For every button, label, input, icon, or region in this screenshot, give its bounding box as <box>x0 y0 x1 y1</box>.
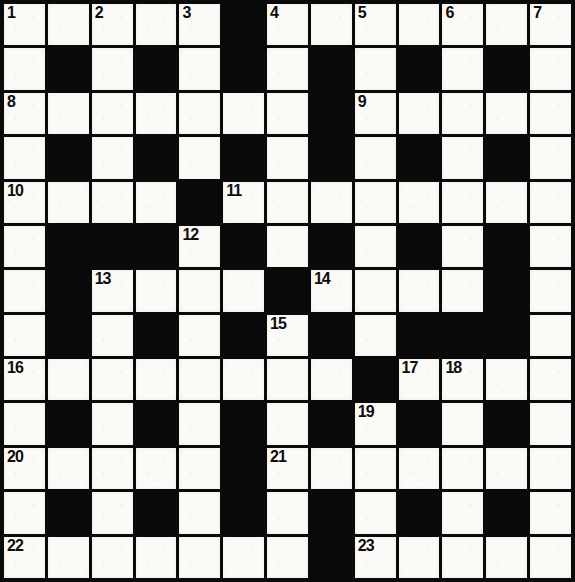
black-cell-r1c11 <box>486 48 527 89</box>
white-cell-r3c4[interactable] <box>179 137 220 178</box>
black-cell-r9c1 <box>48 403 89 444</box>
white-cell-r3c0[interactable] <box>4 137 45 178</box>
black-cell-r5c11 <box>486 226 527 267</box>
clue-number-15: 15 <box>270 316 286 333</box>
white-cell-r7c0[interactable] <box>4 315 45 356</box>
white-cell-r4c1[interactable] <box>48 182 89 223</box>
black-cell-r6c1 <box>48 270 89 311</box>
black-cell-r7c10 <box>442 315 483 356</box>
white-cell-r2c6[interactable] <box>267 93 308 134</box>
crossword-puzzle: 1234567891011121314151617181920212223 <box>0 0 575 582</box>
white-cell-r10c6[interactable]: 21 <box>267 448 308 489</box>
white-cell-r1c10[interactable] <box>442 48 483 89</box>
white-cell-r2c0[interactable]: 8 <box>4 93 45 134</box>
white-cell-r7c8[interactable] <box>355 315 396 356</box>
white-cell-r0c12[interactable]: 7 <box>530 4 571 45</box>
black-cell-r11c11 <box>486 492 527 533</box>
white-cell-r0c8[interactable]: 5 <box>355 4 396 45</box>
white-cell-r11c4[interactable] <box>179 492 220 533</box>
white-cell-r8c4[interactable] <box>179 359 220 400</box>
clue-number-10: 10 <box>7 183 23 200</box>
white-cell-r4c9[interactable] <box>399 182 440 223</box>
black-cell-r7c5 <box>223 315 264 356</box>
white-cell-r6c10[interactable] <box>442 270 483 311</box>
black-cell-r5c1 <box>48 226 89 267</box>
black-cell-r1c1 <box>48 48 89 89</box>
white-cell-r12c5[interactable] <box>223 537 264 578</box>
white-cell-r12c3[interactable] <box>136 537 177 578</box>
white-cell-r6c2[interactable]: 13 <box>92 270 133 311</box>
white-cell-r5c10[interactable] <box>442 226 483 267</box>
white-cell-r10c4[interactable] <box>179 448 220 489</box>
white-cell-r2c1[interactable] <box>48 93 89 134</box>
white-cell-r11c6[interactable] <box>267 492 308 533</box>
white-cell-r8c2[interactable] <box>92 359 133 400</box>
white-cell-r4c11[interactable] <box>486 182 527 223</box>
white-cell-r6c9[interactable] <box>399 270 440 311</box>
white-cell-r12c4[interactable] <box>179 537 220 578</box>
white-cell-r0c11[interactable] <box>486 4 527 45</box>
white-cell-r2c2[interactable] <box>92 93 133 134</box>
clue-number-17: 17 <box>402 360 418 377</box>
white-cell-r6c4[interactable] <box>179 270 220 311</box>
black-cell-r11c5 <box>223 492 264 533</box>
clue-number-8: 8 <box>7 94 15 111</box>
black-cell-r5c2 <box>92 226 133 267</box>
white-cell-r0c9[interactable] <box>399 4 440 45</box>
black-cell-r1c5 <box>223 48 264 89</box>
white-cell-r2c3[interactable] <box>136 93 177 134</box>
white-cell-r12c2[interactable] <box>92 537 133 578</box>
white-cell-r12c0[interactable]: 22 <box>4 537 45 578</box>
black-cell-r7c7 <box>311 315 352 356</box>
white-cell-r10c11[interactable] <box>486 448 527 489</box>
clue-number-20: 20 <box>7 449 23 466</box>
white-cell-r8c7[interactable] <box>311 359 352 400</box>
white-cell-r9c2[interactable] <box>92 403 133 444</box>
black-cell-r5c3 <box>136 226 177 267</box>
clue-number-9: 9 <box>358 94 366 111</box>
black-cell-r1c7 <box>311 48 352 89</box>
white-cell-r12c1[interactable] <box>48 537 89 578</box>
white-cell-r8c11[interactable] <box>486 359 527 400</box>
black-cell-r5c9 <box>399 226 440 267</box>
clue-number-12: 12 <box>182 227 198 244</box>
white-cell-r3c10[interactable] <box>442 137 483 178</box>
white-cell-r9c8[interactable]: 19 <box>355 403 396 444</box>
black-cell-r4c4 <box>179 182 220 223</box>
white-cell-r1c4[interactable] <box>179 48 220 89</box>
white-cell-r6c3[interactable] <box>136 270 177 311</box>
clue-number-3: 3 <box>182 5 190 22</box>
crossword-board: 1234567891011121314151617181920212223 <box>0 0 575 582</box>
white-cell-r6c0[interactable] <box>4 270 45 311</box>
white-cell-r8c12[interactable] <box>530 359 571 400</box>
white-cell-r10c10[interactable] <box>442 448 483 489</box>
white-cell-r8c10[interactable]: 18 <box>442 359 483 400</box>
black-cell-r7c9 <box>399 315 440 356</box>
clue-number-22: 22 <box>7 538 23 555</box>
black-cell-r3c1 <box>48 137 89 178</box>
white-cell-r1c8[interactable] <box>355 48 396 89</box>
white-cell-r11c2[interactable] <box>92 492 133 533</box>
white-cell-r0c6[interactable]: 4 <box>267 4 308 45</box>
clue-number-13: 13 <box>95 271 111 288</box>
white-cell-r2c12[interactable] <box>530 93 571 134</box>
white-cell-r2c10[interactable] <box>442 93 483 134</box>
black-cell-r11c1 <box>48 492 89 533</box>
white-cell-r8c5[interactable] <box>223 359 264 400</box>
white-cell-r10c8[interactable] <box>355 448 396 489</box>
clue-number-11: 11 <box>226 183 241 200</box>
white-cell-r1c0[interactable] <box>4 48 45 89</box>
white-cell-r5c4[interactable]: 12 <box>179 226 220 267</box>
white-cell-r9c4[interactable] <box>179 403 220 444</box>
white-cell-r7c6[interactable]: 15 <box>267 315 308 356</box>
white-cell-r8c9[interactable]: 17 <box>399 359 440 400</box>
clue-number-5: 5 <box>358 5 366 22</box>
black-cell-r8c8 <box>355 359 396 400</box>
white-cell-r3c6[interactable] <box>267 137 308 178</box>
white-cell-r2c8[interactable]: 9 <box>355 93 396 134</box>
black-cell-r0c5 <box>223 4 264 45</box>
white-cell-r7c12[interactable] <box>530 315 571 356</box>
clue-number-2: 2 <box>95 5 103 22</box>
white-cell-r4c2[interactable] <box>92 182 133 223</box>
white-cell-r9c0[interactable] <box>4 403 45 444</box>
white-cell-r2c11[interactable] <box>486 93 527 134</box>
black-cell-r9c3 <box>136 403 177 444</box>
white-cell-r9c10[interactable] <box>442 403 483 444</box>
black-cell-r6c11 <box>486 270 527 311</box>
white-cell-r12c6[interactable] <box>267 537 308 578</box>
white-cell-r3c2[interactable] <box>92 137 133 178</box>
white-cell-r6c12[interactable] <box>530 270 571 311</box>
clue-number-7: 7 <box>533 5 541 22</box>
clue-number-16: 16 <box>7 360 23 377</box>
white-cell-r10c1[interactable] <box>48 448 89 489</box>
white-cell-r1c6[interactable] <box>267 48 308 89</box>
black-cell-r3c3 <box>136 137 177 178</box>
white-cell-r1c2[interactable] <box>92 48 133 89</box>
black-cell-r1c3 <box>136 48 177 89</box>
black-cell-r11c9 <box>399 492 440 533</box>
black-cell-r10c5 <box>223 448 264 489</box>
white-cell-r12c9[interactable] <box>399 537 440 578</box>
white-cell-r8c3[interactable] <box>136 359 177 400</box>
white-cell-r7c4[interactable] <box>179 315 220 356</box>
white-cell-r4c6[interactable] <box>267 182 308 223</box>
white-cell-r12c8[interactable]: 23 <box>355 537 396 578</box>
white-cell-r10c0[interactable]: 20 <box>4 448 45 489</box>
black-cell-r6c6 <box>267 270 308 311</box>
white-cell-r8c6[interactable] <box>267 359 308 400</box>
white-cell-r9c6[interactable] <box>267 403 308 444</box>
white-cell-r9c12[interactable] <box>530 403 571 444</box>
clue-number-14: 14 <box>314 271 330 288</box>
white-cell-r4c10[interactable] <box>442 182 483 223</box>
white-cell-r5c8[interactable] <box>355 226 396 267</box>
white-cell-r11c0[interactable] <box>4 492 45 533</box>
clue-number-18: 18 <box>445 360 461 377</box>
white-cell-r8c0[interactable]: 16 <box>4 359 45 400</box>
black-cell-r5c5 <box>223 226 264 267</box>
white-cell-r11c8[interactable] <box>355 492 396 533</box>
white-cell-r0c2[interactable]: 2 <box>92 4 133 45</box>
white-cell-r4c12[interactable] <box>530 182 571 223</box>
black-cell-r9c11 <box>486 403 527 444</box>
white-cell-r10c3[interactable] <box>136 448 177 489</box>
clue-number-19: 19 <box>358 404 374 421</box>
black-cell-r12c7 <box>311 537 352 578</box>
black-cell-r7c1 <box>48 315 89 356</box>
white-cell-r10c2[interactable] <box>92 448 133 489</box>
white-cell-r0c4[interactable]: 3 <box>179 4 220 45</box>
black-cell-r9c5 <box>223 403 264 444</box>
clue-number-6: 6 <box>445 5 453 22</box>
black-cell-r2c7 <box>311 93 352 134</box>
white-cell-r6c7[interactable]: 14 <box>311 270 352 311</box>
clue-number-1: 1 <box>7 5 15 22</box>
black-cell-r7c3 <box>136 315 177 356</box>
white-cell-r6c8[interactable] <box>355 270 396 311</box>
white-cell-r2c4[interactable] <box>179 93 220 134</box>
black-cell-r9c9 <box>399 403 440 444</box>
white-cell-r0c7[interactable] <box>311 4 352 45</box>
white-cell-r1c12[interactable] <box>530 48 571 89</box>
clue-number-4: 4 <box>270 5 278 22</box>
white-cell-r5c0[interactable] <box>4 226 45 267</box>
white-cell-r2c5[interactable] <box>223 93 264 134</box>
white-cell-r6c5[interactable] <box>223 270 264 311</box>
white-cell-r4c5[interactable]: 11 <box>223 182 264 223</box>
clue-number-23: 23 <box>358 538 374 555</box>
white-cell-r3c12[interactable] <box>530 137 571 178</box>
black-cell-r3c11 <box>486 137 527 178</box>
white-cell-r0c10[interactable]: 6 <box>442 4 483 45</box>
white-cell-r5c12[interactable] <box>530 226 571 267</box>
white-cell-r8c1[interactable] <box>48 359 89 400</box>
white-cell-r7c2[interactable] <box>92 315 133 356</box>
white-cell-r5c6[interactable] <box>267 226 308 267</box>
white-cell-r10c7[interactable] <box>311 448 352 489</box>
black-cell-r5c7 <box>311 226 352 267</box>
black-cell-r7c11 <box>486 315 527 356</box>
black-cell-r11c3 <box>136 492 177 533</box>
clue-number-21: 21 <box>270 449 286 466</box>
black-cell-r3c5 <box>223 137 264 178</box>
black-cell-r9c7 <box>311 403 352 444</box>
white-cell-r10c9[interactable] <box>399 448 440 489</box>
white-cell-r0c1[interactable] <box>48 4 89 45</box>
white-cell-r12c11[interactable] <box>486 537 527 578</box>
black-cell-r3c7 <box>311 137 352 178</box>
white-cell-r3c8[interactable] <box>355 137 396 178</box>
white-cell-r4c8[interactable] <box>355 182 396 223</box>
white-cell-r11c12[interactable] <box>530 492 571 533</box>
black-cell-r11c7 <box>311 492 352 533</box>
white-cell-r2c9[interactable] <box>399 93 440 134</box>
white-cell-r12c10[interactable] <box>442 537 483 578</box>
white-cell-r4c0[interactable]: 10 <box>4 182 45 223</box>
white-cell-r0c3[interactable] <box>136 4 177 45</box>
white-cell-r4c7[interactable] <box>311 182 352 223</box>
white-cell-r4c3[interactable] <box>136 182 177 223</box>
white-cell-r12c12[interactable] <box>530 537 571 578</box>
white-cell-r11c10[interactable] <box>442 492 483 533</box>
white-cell-r0c0[interactable]: 1 <box>4 4 45 45</box>
black-cell-r1c9 <box>399 48 440 89</box>
black-cell-r3c9 <box>399 137 440 178</box>
white-cell-r10c12[interactable] <box>530 448 571 489</box>
